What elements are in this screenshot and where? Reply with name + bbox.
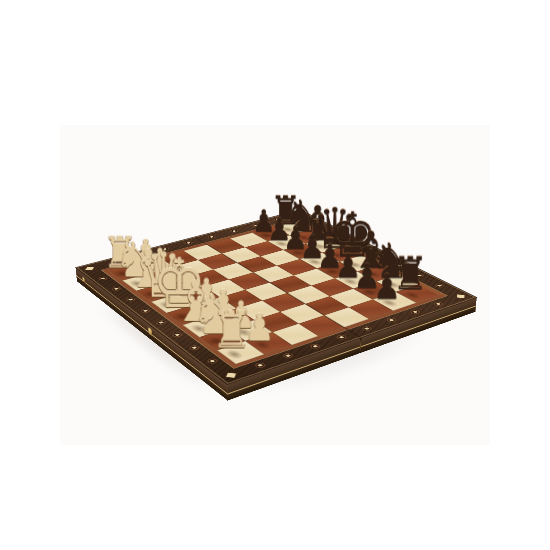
product-photo: ♜♞♝♛♚♝♞♜♟♟♟♟♟♟♟♟♟♟♟♟♟♟♟♟♜♞♝♛♚♝♞♜ xyxy=(0,0,550,550)
piece-black-pawn[interactable]: ♟ xyxy=(373,269,401,304)
fold-hinge-line xyxy=(359,337,361,353)
corner-inlay xyxy=(456,294,465,299)
brass-latch xyxy=(148,327,152,337)
piece-white-rook[interactable]: ♜ xyxy=(211,305,251,355)
chess-board: ♜♞♝♛♚♝♞♜♟♟♟♟♟♟♟♟♟♟♟♟♟♟♟♟♜♞♝♛♚♝♞♜ xyxy=(75,210,478,385)
brass-hinge xyxy=(82,276,85,282)
scene: ♜♞♝♛♚♝♞♜♟♟♟♟♟♟♟♟♟♟♟♟♟♟♟♟♜♞♝♛♚♝♞♜ xyxy=(0,0,550,550)
corner-inlay xyxy=(225,372,237,378)
corner-inlay xyxy=(84,267,95,271)
square-h8[interactable]: ♜ xyxy=(396,285,439,303)
